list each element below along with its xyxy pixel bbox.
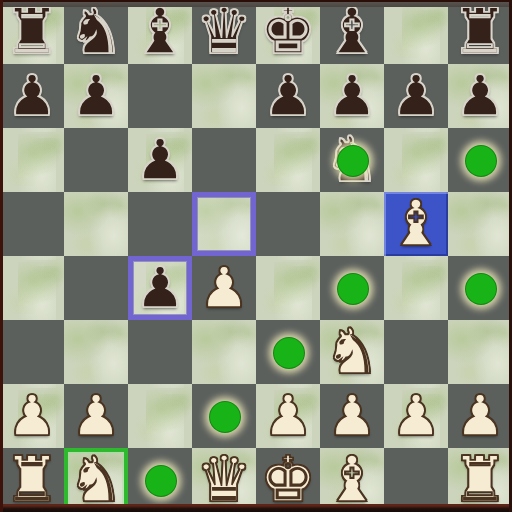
square-f5[interactable] <box>320 192 384 256</box>
square-e3[interactable] <box>256 320 320 384</box>
square-f4[interactable] <box>320 256 384 320</box>
square-c7[interactable] <box>128 64 192 128</box>
square-h3[interactable] <box>448 320 512 384</box>
square-b4[interactable] <box>64 256 128 320</box>
white-queen[interactable]: ♛ <box>192 448 256 512</box>
square-d7[interactable] <box>192 64 256 128</box>
white-pawn[interactable]: ♟ <box>0 384 64 448</box>
chess-app-screen: ♜♞♝♛♚♝♜♟♟♟♟♟♟♟♞♝♟♟♞♟♟♟♟♟♟♜♞♛♚♝♜ <box>0 0 512 512</box>
white-pawn[interactable]: ♟ <box>192 256 256 320</box>
black-king[interactable]: ♚ <box>256 0 320 64</box>
white-rook[interactable]: ♜ <box>448 448 512 512</box>
square-f6[interactable]: ♞ <box>320 128 384 192</box>
square-f8[interactable]: ♝ <box>320 0 384 64</box>
square-a3[interactable] <box>0 320 64 384</box>
square-c1[interactable] <box>128 448 192 512</box>
legal-move-dot[interactable] <box>145 465 177 497</box>
square-b3[interactable] <box>64 320 128 384</box>
white-knight[interactable]: ♞ <box>64 448 128 512</box>
square-d8[interactable]: ♛ <box>192 0 256 64</box>
black-pawn[interactable]: ♟ <box>256 64 320 128</box>
white-bishop[interactable]: ♝ <box>384 192 448 256</box>
square-c6[interactable]: ♟ <box>128 128 192 192</box>
black-pawn[interactable]: ♟ <box>128 128 192 192</box>
square-d3[interactable] <box>192 320 256 384</box>
black-pawn[interactable]: ♟ <box>0 64 64 128</box>
square-a7[interactable]: ♟ <box>0 64 64 128</box>
white-pawn[interactable]: ♟ <box>256 384 320 448</box>
black-pawn[interactable]: ♟ <box>384 64 448 128</box>
square-h2[interactable]: ♟ <box>448 384 512 448</box>
chess-board: ♜♞♝♛♚♝♜♟♟♟♟♟♟♟♞♝♟♟♞♟♟♟♟♟♟♜♞♛♚♝♜ <box>0 0 512 512</box>
square-g2[interactable]: ♟ <box>384 384 448 448</box>
square-f2[interactable]: ♟ <box>320 384 384 448</box>
black-rook[interactable]: ♜ <box>448 0 512 64</box>
black-bishop[interactable]: ♝ <box>128 0 192 64</box>
square-c4[interactable]: ♟ <box>128 256 192 320</box>
square-g1[interactable] <box>384 448 448 512</box>
square-a2[interactable]: ♟ <box>0 384 64 448</box>
square-h4[interactable] <box>448 256 512 320</box>
square-g6[interactable] <box>384 128 448 192</box>
square-a1[interactable]: ♜ <box>0 448 64 512</box>
white-king[interactable]: ♚ <box>256 448 320 512</box>
square-f7[interactable]: ♟ <box>320 64 384 128</box>
white-rook[interactable]: ♜ <box>0 448 64 512</box>
square-g8[interactable] <box>384 0 448 64</box>
square-a8[interactable]: ♜ <box>0 0 64 64</box>
black-bishop[interactable]: ♝ <box>320 0 384 64</box>
square-e1[interactable]: ♚ <box>256 448 320 512</box>
legal-move-dot[interactable] <box>337 273 369 305</box>
square-h5[interactable] <box>448 192 512 256</box>
square-d5[interactable] <box>192 192 256 256</box>
legal-move-dot[interactable] <box>465 145 497 177</box>
square-c5[interactable] <box>128 192 192 256</box>
square-c8[interactable]: ♝ <box>128 0 192 64</box>
square-g4[interactable] <box>384 256 448 320</box>
square-a4[interactable] <box>0 256 64 320</box>
square-a6[interactable] <box>0 128 64 192</box>
square-c2[interactable] <box>128 384 192 448</box>
black-rook[interactable]: ♜ <box>0 0 64 64</box>
legal-move-dot[interactable] <box>273 337 305 369</box>
white-pawn[interactable]: ♟ <box>320 384 384 448</box>
black-knight[interactable]: ♞ <box>64 0 128 64</box>
black-pawn[interactable]: ♟ <box>128 256 192 320</box>
square-h7[interactable]: ♟ <box>448 64 512 128</box>
square-h1[interactable]: ♜ <box>448 448 512 512</box>
square-b5[interactable] <box>64 192 128 256</box>
white-pawn[interactable]: ♟ <box>448 384 512 448</box>
white-pawn[interactable]: ♟ <box>384 384 448 448</box>
square-a5[interactable] <box>0 192 64 256</box>
square-e2[interactable]: ♟ <box>256 384 320 448</box>
square-h6[interactable] <box>448 128 512 192</box>
square-f3[interactable]: ♞ <box>320 320 384 384</box>
black-queen[interactable]: ♛ <box>192 0 256 64</box>
black-pawn[interactable]: ♟ <box>64 64 128 128</box>
square-h8[interactable]: ♜ <box>448 0 512 64</box>
square-e8[interactable]: ♚ <box>256 0 320 64</box>
square-c3[interactable] <box>128 320 192 384</box>
black-pawn[interactable]: ♟ <box>320 64 384 128</box>
white-bishop[interactable]: ♝ <box>320 448 384 512</box>
square-b7[interactable]: ♟ <box>64 64 128 128</box>
square-g3[interactable] <box>384 320 448 384</box>
square-e7[interactable]: ♟ <box>256 64 320 128</box>
square-e5[interactable] <box>256 192 320 256</box>
white-knight[interactable]: ♞ <box>320 320 384 384</box>
legal-move-dot[interactable] <box>209 401 241 433</box>
square-g7[interactable]: ♟ <box>384 64 448 128</box>
square-d1[interactable]: ♛ <box>192 448 256 512</box>
square-d2[interactable] <box>192 384 256 448</box>
black-pawn[interactable]: ♟ <box>448 64 512 128</box>
square-g5[interactable]: ♝ <box>384 192 448 256</box>
square-b1[interactable]: ♞ <box>64 448 128 512</box>
white-pawn[interactable]: ♟ <box>64 384 128 448</box>
square-f1[interactable]: ♝ <box>320 448 384 512</box>
square-d6[interactable] <box>192 128 256 192</box>
square-e4[interactable] <box>256 256 320 320</box>
square-e6[interactable] <box>256 128 320 192</box>
legal-move-dot[interactable] <box>337 145 369 177</box>
legal-move-dot[interactable] <box>465 273 497 305</box>
square-b2[interactable]: ♟ <box>64 384 128 448</box>
square-b6[interactable] <box>64 128 128 192</box>
square-d4[interactable]: ♟ <box>192 256 256 320</box>
square-b8[interactable]: ♞ <box>64 0 128 64</box>
